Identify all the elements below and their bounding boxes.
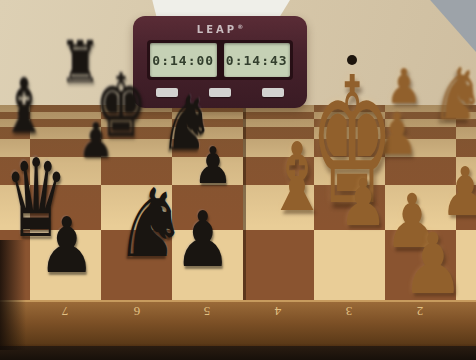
edge-label-3: 3 (346, 303, 353, 319)
wall-shadow-corner (402, 0, 476, 52)
square-rank4-row7[interactable] (243, 230, 314, 300)
clock-button-right[interactable] (262, 88, 284, 97)
piece-black-pawn[interactable]: ♟ (78, 116, 114, 164)
piece-brown-bishop[interactable]: ♝ (266, 131, 329, 226)
edge-label-5: 5 (204, 303, 211, 319)
king-ball-finial (347, 55, 357, 65)
piece-black-bishop[interactable]: ♝ (1, 68, 48, 143)
edge-label-6: 6 (134, 303, 141, 319)
chess-photo-scene: LEAP® 0:14:00 0:14:43 765432 ♜♝♚♟♞♛♟♞♟♟♟… (0, 0, 476, 360)
square-rank4-row1[interactable] (243, 112, 314, 119)
edge-label-7: 7 (62, 303, 69, 319)
piece-black-pawn[interactable]: ♟ (193, 141, 232, 192)
piece-black-pawn[interactable]: ♟ (38, 208, 95, 285)
piece-brown-knight[interactable]: ♞ (431, 58, 476, 130)
clock-brand-label: LEAP® (133, 23, 307, 35)
clock-left-time-display: 0:14:00 (150, 43, 217, 77)
edge-label-4: 4 (275, 303, 282, 319)
clock-display-well: 0:14:00 0:14:43 (147, 40, 293, 80)
piece-black-pawn[interactable]: ♟ (174, 202, 231, 279)
table-surface (0, 346, 476, 360)
clock-right-time-display: 0:14:43 (224, 43, 291, 77)
piece-brown-pawn[interactable]: ♟ (339, 171, 387, 236)
piece-brown-pawn[interactable]: ♟ (402, 222, 465, 306)
